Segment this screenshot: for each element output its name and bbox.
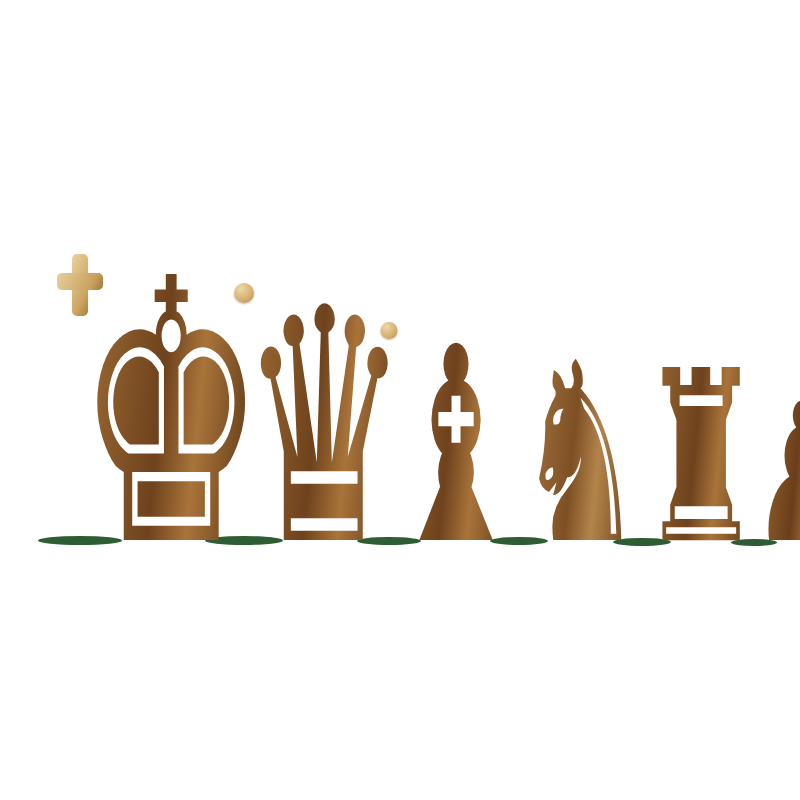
bishop-ball-finial xyxy=(380,322,397,339)
bishop-glyph: ♝ xyxy=(385,312,525,582)
king-cross-finial xyxy=(57,254,103,316)
king-piece: ♚ xyxy=(8,232,153,596)
chess-piece-lineup: ♚ ♛ ♝ ♞ ♜ ♟ xyxy=(0,232,800,596)
rook-glyph: ♜ xyxy=(639,340,762,577)
queen-glyph: ♛ xyxy=(239,266,407,590)
pawn-glyph: ♟ xyxy=(751,379,800,570)
king-cross-horizontal-bar xyxy=(57,273,103,290)
knight-glyph: ♞ xyxy=(515,330,644,578)
queen-ball-finial xyxy=(234,283,254,303)
